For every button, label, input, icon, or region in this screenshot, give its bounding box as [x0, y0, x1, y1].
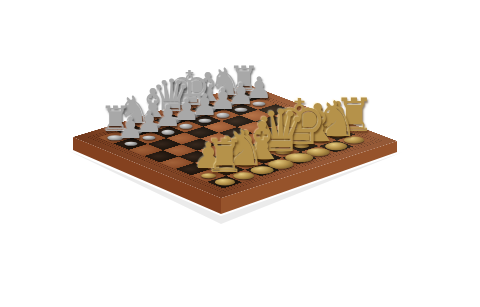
rook-glyph: ♜: [204, 134, 245, 180]
product-photo-scene: ♜♞♝♛♚♝♞♜♟♟♟♟♟♟♟♟♟♟♟♟♟♟♟♟♜♞♝♛♚♝♞♜: [0, 0, 480, 307]
pawn-glyph: ♟: [117, 113, 144, 143]
